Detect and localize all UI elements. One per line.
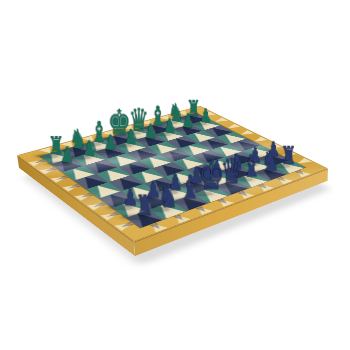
perspective-wrapper: ♜♞♝♛♚♝♞♜♟♟♟♟♟♟♟♟♟♟♟♟♟♟♟♟♜♞♝♛♚♝♞♜	[0, 0, 350, 350]
chess-board: ♜♞♝♛♚♝♞♜♟♟♟♟♟♟♟♟♟♟♟♟♟♟♟♟♜♞♝♛♚♝♞♜	[17, 106, 328, 242]
piece-blue-rook: ♜	[128, 191, 162, 220]
camera-tilt: ♜♞♝♛♚♝♞♜♟♟♟♟♟♟♟♟♟♟♟♟♟♟♟♟♜♞♝♛♚♝♞♜	[0, 0, 350, 350]
chess-set-photo: ♜♞♝♛♚♝♞♜♟♟♟♟♟♟♟♟♟♟♟♟♟♟♟♟♜♞♝♛♚♝♞♜	[0, 0, 350, 350]
piece-green-pawn: ♟	[52, 144, 82, 165]
